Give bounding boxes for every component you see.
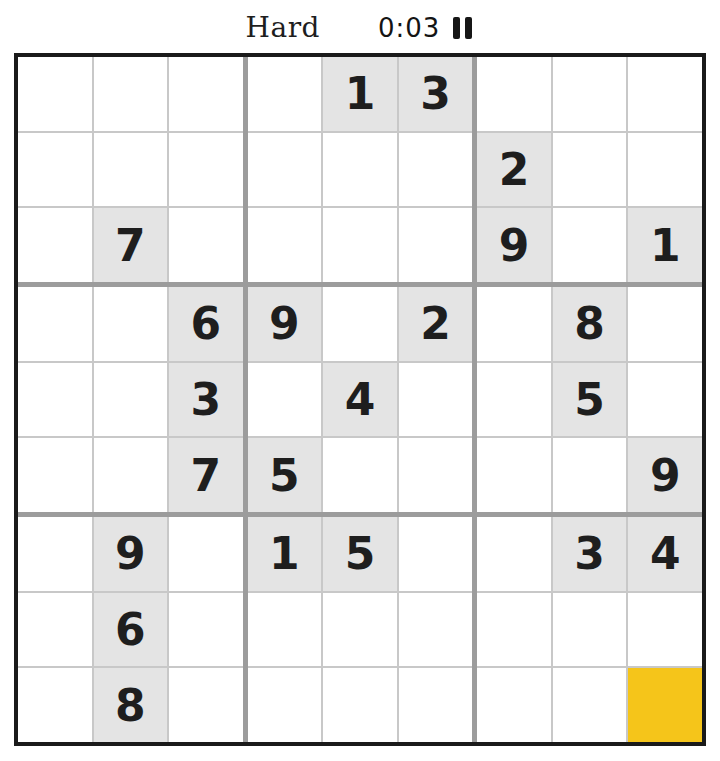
cell-r4c9[interactable]: [628, 287, 702, 361]
cell-r6c8[interactable]: [553, 438, 627, 512]
cell-r9c7[interactable]: [477, 668, 551, 742]
pause-icon: [453, 17, 460, 39]
cell-r7c8[interactable]: 3: [553, 517, 627, 591]
box-8: 34: [477, 517, 702, 742]
cell-r4c1[interactable]: [18, 287, 92, 361]
cell-r2c4[interactable]: [248, 133, 322, 207]
cell-r9c5[interactable]: [323, 668, 397, 742]
cell-r9c6[interactable]: [399, 668, 473, 742]
cell-r4c8[interactable]: 8: [553, 287, 627, 361]
cell-r7c1[interactable]: [18, 517, 92, 591]
cell-r1c6[interactable]: 3: [399, 57, 473, 131]
cell-r1c1[interactable]: [18, 57, 92, 131]
cell-r1c8[interactable]: [553, 57, 627, 131]
cell-r4c7[interactable]: [477, 287, 551, 361]
timer-value: 0:03: [378, 13, 440, 43]
cell-r3c7[interactable]: 9: [477, 208, 551, 282]
cell-r8c2[interactable]: 6: [94, 593, 168, 667]
cell-r5c3[interactable]: 3: [169, 363, 243, 437]
cell-r3c9[interactable]: 1: [628, 208, 702, 282]
box-7: 15: [248, 517, 473, 742]
cell-r9c8[interactable]: [553, 668, 627, 742]
cell-r3c8[interactable]: [553, 208, 627, 282]
cell-r1c9[interactable]: [628, 57, 702, 131]
cell-r4c5[interactable]: [323, 287, 397, 361]
box-3: 637: [18, 287, 243, 512]
cell-r8c5[interactable]: [323, 593, 397, 667]
cell-r7c4[interactable]: 1: [248, 517, 322, 591]
timer-group: 0:03: [378, 13, 474, 43]
cell-r7c7[interactable]: [477, 517, 551, 591]
box-0: 7: [18, 57, 243, 282]
cell-r9c2[interactable]: 8: [94, 668, 168, 742]
cell-r3c5[interactable]: [323, 208, 397, 282]
cell-r5c2[interactable]: [94, 363, 168, 437]
cell-r8c9[interactable]: [628, 593, 702, 667]
cell-r1c7[interactable]: [477, 57, 551, 131]
box-1: 13: [248, 57, 473, 282]
cell-r4c4[interactable]: 9: [248, 287, 322, 361]
cell-r2c5[interactable]: [323, 133, 397, 207]
cell-r3c1[interactable]: [18, 208, 92, 282]
box-4: 9245: [248, 287, 473, 512]
cell-r9c4[interactable]: [248, 668, 322, 742]
cell-r1c3[interactable]: [169, 57, 243, 131]
game-header: Hard 0:03: [0, 0, 720, 53]
cell-r2c7[interactable]: 2: [477, 133, 551, 207]
cell-r5c1[interactable]: [18, 363, 92, 437]
cell-r9c9[interactable]: [628, 668, 702, 742]
pause-button[interactable]: [451, 15, 474, 41]
cell-r7c3[interactable]: [169, 517, 243, 591]
cell-r3c3[interactable]: [169, 208, 243, 282]
cell-r6c2[interactable]: [94, 438, 168, 512]
cell-r9c3[interactable]: [169, 668, 243, 742]
cell-r3c2[interactable]: 7: [94, 208, 168, 282]
cell-r8c3[interactable]: [169, 593, 243, 667]
difficulty-label: Hard: [246, 11, 320, 44]
cell-r8c7[interactable]: [477, 593, 551, 667]
cell-r2c2[interactable]: [94, 133, 168, 207]
cell-r2c9[interactable]: [628, 133, 702, 207]
cell-r9c1[interactable]: [18, 668, 92, 742]
cell-r5c9[interactable]: [628, 363, 702, 437]
cell-r4c2[interactable]: [94, 287, 168, 361]
box-2: 291: [477, 57, 702, 282]
cell-r4c3[interactable]: 6: [169, 287, 243, 361]
box-6: 968: [18, 517, 243, 742]
cell-r8c1[interactable]: [18, 593, 92, 667]
cell-r7c9[interactable]: 4: [628, 517, 702, 591]
cell-r5c4[interactable]: [248, 363, 322, 437]
cell-r2c8[interactable]: [553, 133, 627, 207]
cell-r2c1[interactable]: [18, 133, 92, 207]
cell-r8c6[interactable]: [399, 593, 473, 667]
cell-r7c5[interactable]: 5: [323, 517, 397, 591]
cell-r1c2[interactable]: [94, 57, 168, 131]
cell-r6c4[interactable]: 5: [248, 438, 322, 512]
cell-r6c6[interactable]: [399, 438, 473, 512]
cell-r2c6[interactable]: [399, 133, 473, 207]
cell-r2c3[interactable]: [169, 133, 243, 207]
cell-r7c2[interactable]: 9: [94, 517, 168, 591]
cell-r5c7[interactable]: [477, 363, 551, 437]
cell-r8c4[interactable]: [248, 593, 322, 667]
cell-r1c4[interactable]: [248, 57, 322, 131]
cell-r5c6[interactable]: [399, 363, 473, 437]
pause-icon: [465, 17, 472, 39]
box-5: 859: [477, 287, 702, 512]
cell-r3c4[interactable]: [248, 208, 322, 282]
cell-r6c9[interactable]: 9: [628, 438, 702, 512]
cell-r6c5[interactable]: [323, 438, 397, 512]
cell-r6c3[interactable]: 7: [169, 438, 243, 512]
cell-r6c1[interactable]: [18, 438, 92, 512]
cell-r5c8[interactable]: 5: [553, 363, 627, 437]
cell-r7c6[interactable]: [399, 517, 473, 591]
cell-r1c5[interactable]: 1: [323, 57, 397, 131]
cell-r4c6[interactable]: 2: [399, 287, 473, 361]
cell-r3c6[interactable]: [399, 208, 473, 282]
cell-r8c8[interactable]: [553, 593, 627, 667]
sudoku-board: 71329163792458599681534: [14, 53, 706, 746]
cell-r6c7[interactable]: [477, 438, 551, 512]
cell-r5c5[interactable]: 4: [323, 363, 397, 437]
